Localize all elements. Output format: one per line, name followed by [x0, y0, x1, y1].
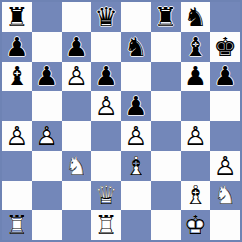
- square-e2[interactable]: [121, 181, 151, 211]
- piece-white-pawn-icon: ♟♙: [213, 153, 236, 179]
- piece-black-pawn-icon: ♟: [5, 34, 28, 60]
- square-a6[interactable]: ♝: [2, 62, 32, 92]
- square-b3[interactable]: [32, 151, 62, 181]
- piece-white-bishop-icon: ♝♗: [124, 153, 147, 179]
- piece-black-pawn-icon: ♟: [35, 63, 58, 89]
- square-h3[interactable]: ♟♙: [210, 151, 240, 181]
- square-d6[interactable]: ♟: [91, 62, 121, 92]
- square-a5[interactable]: [2, 91, 32, 121]
- square-g5[interactable]: [181, 91, 211, 121]
- square-e4[interactable]: ♟♙: [121, 121, 151, 151]
- square-c6[interactable]: ♟♙: [62, 62, 92, 92]
- piece-white-queen-icon: ♛♕: [94, 182, 117, 208]
- square-h4[interactable]: [210, 121, 240, 151]
- square-d1[interactable]: ♜♖: [91, 210, 121, 240]
- piece-white-rook-icon: ♜♖: [5, 212, 28, 238]
- piece-white-pawn-icon: ♟♙: [35, 123, 58, 149]
- piece-white-knight-icon: ♞♘: [213, 182, 236, 208]
- square-a3[interactable]: [2, 151, 32, 181]
- piece-black-pawn-icon: ♟: [94, 63, 117, 89]
- square-f7[interactable]: [151, 32, 181, 62]
- square-b4[interactable]: ♟♙: [32, 121, 62, 151]
- square-b2[interactable]: [32, 181, 62, 211]
- square-f4[interactable]: [151, 121, 181, 151]
- square-g1[interactable]: ♚♔: [181, 210, 211, 240]
- piece-white-knight-icon: ♞♘: [65, 153, 88, 179]
- piece-black-pawn-icon: ♟: [184, 63, 207, 89]
- square-g6[interactable]: ♟: [181, 62, 211, 92]
- square-g3[interactable]: [181, 151, 211, 181]
- square-e5[interactable]: ♟: [121, 91, 151, 121]
- square-f2[interactable]: [151, 181, 181, 211]
- piece-white-rook-icon: ♜♖: [94, 212, 117, 238]
- piece-black-pawn-icon: ♟: [213, 63, 236, 89]
- square-f8[interactable]: ♜: [151, 2, 181, 32]
- square-c2[interactable]: [62, 181, 92, 211]
- piece-black-rook-icon: ♜: [154, 4, 177, 30]
- piece-white-pawn-icon: ♟♙: [65, 63, 88, 89]
- square-a8[interactable]: ♜: [2, 2, 32, 32]
- square-h2[interactable]: ♞♘: [210, 181, 240, 211]
- chess-board-container: ♜♛♜♞♟♟♞♝♚♝♟♟♙♟♟♟♟♙♟♟♙♟♙♟♙♟♙♞♘♝♗♟♙♛♕♝♗♞♘♜…: [0, 0, 242, 242]
- piece-white-pawn-icon: ♟♙: [5, 123, 28, 149]
- piece-black-bishop-icon: ♝: [184, 34, 207, 60]
- square-a2[interactable]: [2, 181, 32, 211]
- square-c1[interactable]: [62, 210, 92, 240]
- square-h8[interactable]: [210, 2, 240, 32]
- square-e6[interactable]: [121, 62, 151, 92]
- piece-black-knight-icon: ♞: [124, 34, 147, 60]
- piece-black-pawn-icon: ♟: [124, 93, 147, 119]
- square-a7[interactable]: ♟: [2, 32, 32, 62]
- square-b6[interactable]: ♟: [32, 62, 62, 92]
- square-g7[interactable]: ♝: [181, 32, 211, 62]
- square-h5[interactable]: [210, 91, 240, 121]
- square-b8[interactable]: [32, 2, 62, 32]
- square-d3[interactable]: [91, 151, 121, 181]
- square-d8[interactable]: ♛: [91, 2, 121, 32]
- piece-black-queen-icon: ♛: [94, 4, 117, 30]
- chess-board: ♜♛♜♞♟♟♞♝♚♝♟♟♙♟♟♟♟♙♟♟♙♟♙♟♙♟♙♞♘♝♗♟♙♛♕♝♗♞♘♜…: [0, 0, 242, 242]
- square-f1[interactable]: [151, 210, 181, 240]
- square-a4[interactable]: ♟♙: [2, 121, 32, 151]
- square-a1[interactable]: ♜♖: [2, 210, 32, 240]
- square-d5[interactable]: ♟♙: [91, 91, 121, 121]
- square-d2[interactable]: ♛♕: [91, 181, 121, 211]
- piece-white-bishop-icon: ♝♗: [184, 182, 207, 208]
- square-g4[interactable]: ♟♙: [181, 121, 211, 151]
- piece-black-king-icon: ♚: [213, 34, 236, 60]
- square-f3[interactable]: [151, 151, 181, 181]
- square-c4[interactable]: [62, 121, 92, 151]
- square-b5[interactable]: [32, 91, 62, 121]
- square-f5[interactable]: [151, 91, 181, 121]
- square-d4[interactable]: [91, 121, 121, 151]
- square-b1[interactable]: [32, 210, 62, 240]
- square-c3[interactable]: ♞♘: [62, 151, 92, 181]
- square-c5[interactable]: [62, 91, 92, 121]
- piece-white-pawn-icon: ♟♙: [184, 123, 207, 149]
- square-c8[interactable]: [62, 2, 92, 32]
- square-h1[interactable]: [210, 210, 240, 240]
- square-d7[interactable]: [91, 32, 121, 62]
- square-h7[interactable]: ♚: [210, 32, 240, 62]
- square-e3[interactable]: ♝♗: [121, 151, 151, 181]
- piece-black-knight-icon: ♞: [184, 4, 207, 30]
- piece-white-pawn-icon: ♟♙: [124, 123, 147, 149]
- piece-black-rook-icon: ♜: [5, 4, 28, 30]
- piece-white-pawn-icon: ♟♙: [94, 93, 117, 119]
- square-c7[interactable]: ♟: [62, 32, 92, 62]
- piece-white-king-icon: ♚♔: [184, 212, 207, 238]
- square-f6[interactable]: [151, 62, 181, 92]
- square-h6[interactable]: ♟: [210, 62, 240, 92]
- piece-black-pawn-icon: ♟: [65, 34, 88, 60]
- square-g2[interactable]: ♝♗: [181, 181, 211, 211]
- square-g8[interactable]: ♞: [181, 2, 211, 32]
- square-e7[interactable]: ♞: [121, 32, 151, 62]
- square-b7[interactable]: [32, 32, 62, 62]
- piece-black-bishop-icon: ♝: [5, 63, 28, 89]
- square-e8[interactable]: [121, 2, 151, 32]
- square-e1[interactable]: [121, 210, 151, 240]
